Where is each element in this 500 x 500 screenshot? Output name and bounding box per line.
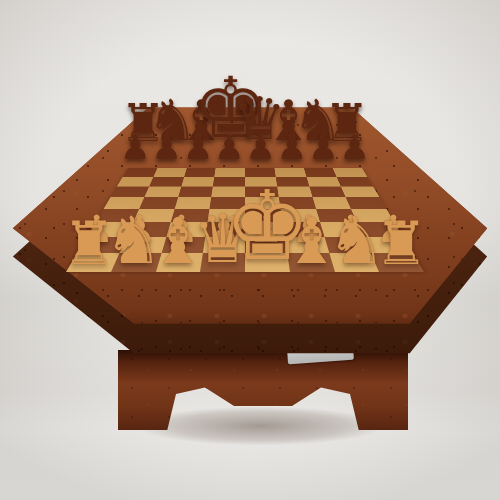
- square-a7: [117, 177, 153, 187]
- square-e5: [245, 197, 280, 209]
- square-e7: [245, 177, 277, 187]
- square-f5: [279, 197, 316, 209]
- square-f8: [274, 168, 306, 177]
- square-h7: [337, 177, 373, 187]
- square-c7: [181, 177, 214, 187]
- square-d7: [213, 177, 245, 187]
- square-h4: [351, 209, 394, 222]
- square-h6: [341, 186, 379, 197]
- square-h5: [346, 197, 387, 209]
- chess-board: [66, 168, 424, 272]
- square-c3: [166, 222, 208, 237]
- square-e1: [245, 253, 290, 272]
- square-h2: [364, 237, 413, 254]
- square-g6: [309, 186, 346, 197]
- square-c8: [184, 168, 216, 177]
- square-g5: [312, 197, 351, 209]
- square-e4: [245, 209, 282, 222]
- square-g4: [316, 209, 357, 222]
- square-f7: [276, 177, 309, 187]
- square-d3: [205, 222, 245, 237]
- square-b3: [126, 222, 170, 237]
- square-e2: [245, 237, 287, 254]
- chess-board-wrap: [66, 0, 424, 272]
- photo-stage: C1655 ♜♞♝♚♛♝♞♜♟♟♟♟♟♟♟♟♟♟♟♟♟♟♟♟♜♞♝♛♚♝♞♜: [0, 0, 500, 500]
- square-f6: [277, 186, 312, 197]
- square-e3: [245, 222, 285, 237]
- square-a4: [96, 209, 139, 222]
- square-d6: [211, 186, 245, 197]
- square-h3: [357, 222, 403, 237]
- square-a6: [111, 186, 149, 197]
- square-f2: [285, 237, 329, 254]
- square-h1: [371, 253, 424, 272]
- square-d2: [203, 237, 245, 254]
- square-c1: [156, 253, 204, 272]
- square-h8: [333, 168, 368, 177]
- square-a5: [104, 197, 145, 209]
- square-a8: [123, 168, 158, 177]
- square-c6: [178, 186, 213, 197]
- square-f3: [282, 222, 324, 237]
- square-f1: [287, 253, 335, 272]
- square-b1: [111, 253, 161, 272]
- square-c2: [161, 237, 205, 254]
- square-c5: [174, 197, 211, 209]
- square-c4: [170, 209, 209, 222]
- square-d4: [208, 209, 245, 222]
- square-f4: [280, 209, 319, 222]
- square-b6: [144, 186, 181, 197]
- square-d8: [214, 168, 245, 177]
- square-e6: [245, 186, 279, 197]
- square-b8: [153, 168, 186, 177]
- square-b7: [149, 177, 184, 187]
- square-e8: [245, 168, 276, 177]
- square-d1: [200, 253, 245, 272]
- square-g7: [306, 177, 341, 187]
- square-g8: [303, 168, 336, 177]
- square-d5: [210, 197, 245, 209]
- square-b4: [133, 209, 174, 222]
- square-b2: [119, 237, 166, 254]
- square-b5: [139, 197, 178, 209]
